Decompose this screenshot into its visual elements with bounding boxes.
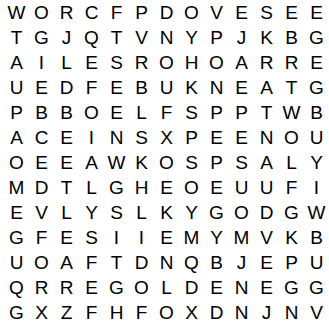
letter-cell-r13c8[interactable]: X bbox=[179, 300, 204, 325]
letter-cell-r5c6[interactable]: L bbox=[129, 100, 154, 125]
letter-cell-r8c2[interactable]: D bbox=[29, 175, 54, 200]
letter-cell-r9c6[interactable]: L bbox=[129, 200, 154, 225]
letter-cell-r3c13[interactable]: E bbox=[304, 50, 329, 75]
letter-cell-r2c4[interactable]: Q bbox=[79, 25, 104, 50]
letter-cell-r7c3[interactable]: E bbox=[54, 150, 79, 175]
letter-cell-r6c12[interactable]: O bbox=[279, 125, 304, 150]
letter-cell-r1c6[interactable]: P bbox=[129, 0, 154, 25]
letter-cell-r9c11[interactable]: D bbox=[254, 200, 279, 225]
letter-cell-r11c6[interactable]: D bbox=[129, 250, 154, 275]
letter-cell-r11c8[interactable]: Q bbox=[179, 250, 204, 275]
letter-cell-r9c1[interactable]: E bbox=[4, 200, 29, 225]
letter-cell-r12c2[interactable]: R bbox=[29, 275, 54, 300]
letter-cell-r2c3[interactable]: J bbox=[54, 25, 79, 50]
letter-cell-r5c4[interactable]: O bbox=[79, 100, 104, 125]
letter-cell-r1c4[interactable]: C bbox=[79, 0, 104, 25]
letter-cell-r9c5[interactable]: S bbox=[104, 200, 129, 225]
letter-cell-r8c7[interactable]: E bbox=[154, 175, 179, 200]
letter-cell-r9c10[interactable]: O bbox=[229, 200, 254, 225]
letter-cell-r12c6[interactable]: O bbox=[129, 275, 154, 300]
letter-cell-r1c8[interactable]: O bbox=[179, 0, 204, 25]
letter-cell-r6c11[interactable]: N bbox=[254, 125, 279, 150]
letter-cell-r12c13[interactable]: G bbox=[304, 275, 329, 300]
letter-cell-r1c12[interactable]: E bbox=[279, 0, 304, 25]
letter-cell-r8c6[interactable]: H bbox=[129, 175, 154, 200]
letter-cell-r1c2[interactable]: O bbox=[29, 0, 54, 25]
letter-cell-r3c1[interactable]: A bbox=[4, 50, 29, 75]
letter-cell-r11c11[interactable]: E bbox=[254, 250, 279, 275]
letter-cell-r4c3[interactable]: D bbox=[54, 75, 79, 100]
letter-cell-r6c13[interactable]: U bbox=[304, 125, 329, 150]
letter-cell-r4c7[interactable]: U bbox=[154, 75, 179, 100]
letter-cell-r12c9[interactable]: E bbox=[204, 275, 229, 300]
letter-cell-r9c3[interactable]: L bbox=[54, 200, 79, 225]
letter-cell-r6c2[interactable]: C bbox=[29, 125, 54, 150]
letter-cell-r9c7[interactable]: K bbox=[154, 200, 179, 225]
letter-cell-r8c13[interactable]: I bbox=[304, 175, 329, 200]
letter-cell-r8c9[interactable]: E bbox=[204, 175, 229, 200]
letter-cell-r3c5[interactable]: S bbox=[104, 50, 129, 75]
letter-cell-r3c9[interactable]: O bbox=[204, 50, 229, 75]
letter-cell-r10c4[interactable]: S bbox=[79, 225, 104, 250]
letter-cell-r10c7[interactable]: E bbox=[154, 225, 179, 250]
letter-cell-r12c3[interactable]: R bbox=[54, 275, 79, 300]
letter-cell-r5c8[interactable]: S bbox=[179, 100, 204, 125]
letter-cell-r3c2[interactable]: I bbox=[29, 50, 54, 75]
letter-cell-r3c4[interactable]: E bbox=[79, 50, 104, 75]
letter-cell-r4c13[interactable]: G bbox=[304, 75, 329, 100]
letter-cell-r8c12[interactable]: F bbox=[279, 175, 304, 200]
letter-cell-r4c6[interactable]: B bbox=[129, 75, 154, 100]
letter-cell-r12c12[interactable]: G bbox=[279, 275, 304, 300]
letter-cell-r13c4[interactable]: F bbox=[79, 300, 104, 325]
letter-cell-r1c11[interactable]: S bbox=[254, 0, 279, 25]
letter-cell-r4c11[interactable]: A bbox=[254, 75, 279, 100]
letter-cell-r2c1[interactable]: T bbox=[4, 25, 29, 50]
letter-cell-r2c7[interactable]: N bbox=[154, 25, 179, 50]
letter-cell-r9c2[interactable]: V bbox=[29, 200, 54, 225]
letter-cell-r13c7[interactable]: O bbox=[154, 300, 179, 325]
letter-cell-r10c6[interactable]: I bbox=[129, 225, 154, 250]
letter-cell-r10c12[interactable]: K bbox=[279, 225, 304, 250]
letter-cell-r5c12[interactable]: W bbox=[279, 100, 304, 125]
letter-cell-r7c4[interactable]: A bbox=[79, 150, 104, 175]
letter-cell-r3c12[interactable]: R bbox=[279, 50, 304, 75]
letter-cell-r5c9[interactable]: P bbox=[204, 100, 229, 125]
letter-cell-r7c2[interactable]: E bbox=[29, 150, 54, 175]
letter-cell-r7c1[interactable]: O bbox=[4, 150, 29, 175]
letter-cell-r8c1[interactable]: M bbox=[4, 175, 29, 200]
letter-cell-r3c3[interactable]: L bbox=[54, 50, 79, 75]
letter-cell-r2c8[interactable]: Y bbox=[179, 25, 204, 50]
letter-cell-r3c8[interactable]: H bbox=[179, 50, 204, 75]
letter-cell-r10c8[interactable]: M bbox=[179, 225, 204, 250]
letter-cell-r7c11[interactable]: A bbox=[254, 150, 279, 175]
letter-cell-r4c5[interactable]: E bbox=[104, 75, 129, 100]
letter-cell-r5c1[interactable]: P bbox=[4, 100, 29, 125]
letter-cell-r11c7[interactable]: N bbox=[154, 250, 179, 275]
letter-cell-r10c1[interactable]: G bbox=[4, 225, 29, 250]
letter-cell-r10c11[interactable]: V bbox=[254, 225, 279, 250]
letter-cell-r13c13[interactable]: V bbox=[304, 300, 329, 325]
letter-cell-r11c13[interactable]: U bbox=[304, 250, 329, 275]
letter-cell-r3c7[interactable]: O bbox=[154, 50, 179, 75]
letter-cell-r5c10[interactable]: P bbox=[229, 100, 254, 125]
letter-cell-r5c2[interactable]: B bbox=[29, 100, 54, 125]
letter-cell-r2c13[interactable]: G bbox=[304, 25, 329, 50]
letter-cell-r11c3[interactable]: A bbox=[54, 250, 79, 275]
letter-cell-r13c1[interactable]: G bbox=[4, 300, 29, 325]
letter-cell-r8c4[interactable]: L bbox=[79, 175, 104, 200]
letter-cell-r6c10[interactable]: E bbox=[229, 125, 254, 150]
letter-cell-r11c10[interactable]: J bbox=[229, 250, 254, 275]
word-search-grid: WORCFPDOVESEETGJQTVNYPJKBGAILESROHOARREU… bbox=[0, 0, 329, 325]
letter-cell-r10c2[interactable]: F bbox=[29, 225, 54, 250]
letter-cell-r10c3[interactable]: E bbox=[54, 225, 79, 250]
letter-cell-r2c5[interactable]: T bbox=[104, 25, 129, 50]
letter-cell-r6c8[interactable]: P bbox=[179, 125, 204, 150]
letter-cell-r7c8[interactable]: S bbox=[179, 150, 204, 175]
letter-cell-r4c4[interactable]: F bbox=[79, 75, 104, 100]
letter-cell-r13c12[interactable]: N bbox=[279, 300, 304, 325]
letter-cell-r7c10[interactable]: S bbox=[229, 150, 254, 175]
letter-cell-r2c6[interactable]: V bbox=[129, 25, 154, 50]
letter-cell-r4c9[interactable]: N bbox=[204, 75, 229, 100]
letter-cell-r1c10[interactable]: E bbox=[229, 0, 254, 25]
letter-cell-r8c3[interactable]: T bbox=[54, 175, 79, 200]
letter-cell-r10c10[interactable]: M bbox=[229, 225, 254, 250]
letter-cell-r2c12[interactable]: B bbox=[279, 25, 304, 50]
letter-cell-r9c13[interactable]: W bbox=[304, 200, 329, 225]
letter-cell-r2c2[interactable]: G bbox=[29, 25, 54, 50]
letter-cell-r2c11[interactable]: K bbox=[254, 25, 279, 50]
letter-cell-r9c12[interactable]: G bbox=[279, 200, 304, 225]
letter-cell-r7c12[interactable]: L bbox=[279, 150, 304, 175]
letter-cell-r4c1[interactable]: U bbox=[4, 75, 29, 100]
letter-cell-r5c7[interactable]: F bbox=[154, 100, 179, 125]
letter-cell-r2c9[interactable]: P bbox=[204, 25, 229, 50]
letter-cell-r1c9[interactable]: V bbox=[204, 0, 229, 25]
letter-cell-r7c13[interactable]: Y bbox=[304, 150, 329, 175]
letter-cell-r12c5[interactable]: G bbox=[104, 275, 129, 300]
letter-cell-r4c8[interactable]: K bbox=[179, 75, 204, 100]
letter-cell-r12c1[interactable]: Q bbox=[4, 275, 29, 300]
letter-cell-r8c8[interactable]: O bbox=[179, 175, 204, 200]
letter-cell-r7c7[interactable]: O bbox=[154, 150, 179, 175]
letter-cell-r1c13[interactable]: E bbox=[304, 0, 329, 25]
letter-cell-r11c12[interactable]: P bbox=[279, 250, 304, 275]
letter-cell-r9c4[interactable]: Y bbox=[79, 200, 104, 225]
letter-cell-r3c6[interactable]: R bbox=[129, 50, 154, 75]
letter-cell-r6c9[interactable]: E bbox=[204, 125, 229, 150]
letter-cell-r11c9[interactable]: B bbox=[204, 250, 229, 275]
letter-cell-r11c1[interactable]: U bbox=[4, 250, 29, 275]
letter-cell-r7c6[interactable]: K bbox=[129, 150, 154, 175]
letter-cell-r1c1[interactable]: W bbox=[4, 0, 29, 25]
letter-cell-r6c5[interactable]: N bbox=[104, 125, 129, 150]
letter-cell-r6c4[interactable]: I bbox=[79, 125, 104, 150]
letter-cell-r13c9[interactable]: D bbox=[204, 300, 229, 325]
letter-cell-r4c2[interactable]: E bbox=[29, 75, 54, 100]
letter-cell-r4c10[interactable]: E bbox=[229, 75, 254, 100]
letter-cell-r10c9[interactable]: Y bbox=[204, 225, 229, 250]
letter-cell-r6c6[interactable]: S bbox=[129, 125, 154, 150]
letter-cell-r1c5[interactable]: F bbox=[104, 0, 129, 25]
letter-cell-r13c6[interactable]: F bbox=[129, 300, 154, 325]
letter-cell-r7c5[interactable]: W bbox=[104, 150, 129, 175]
letter-cell-r13c2[interactable]: X bbox=[29, 300, 54, 325]
letter-cell-r1c3[interactable]: R bbox=[54, 0, 79, 25]
letter-cell-r12c8[interactable]: D bbox=[179, 275, 204, 300]
letter-cell-r11c2[interactable]: O bbox=[29, 250, 54, 275]
letter-cell-r8c5[interactable]: G bbox=[104, 175, 129, 200]
letter-cell-r13c10[interactable]: N bbox=[229, 300, 254, 325]
letter-cell-r1c7[interactable]: D bbox=[154, 0, 179, 25]
letter-cell-r12c4[interactable]: E bbox=[79, 275, 104, 300]
letter-cell-r9c9[interactable]: G bbox=[204, 200, 229, 225]
letter-cell-r6c1[interactable]: A bbox=[4, 125, 29, 150]
letter-cell-r13c3[interactable]: Z bbox=[54, 300, 79, 325]
letter-cell-r7c9[interactable]: P bbox=[204, 150, 229, 175]
letter-cell-r8c10[interactable]: U bbox=[229, 175, 254, 200]
letter-cell-r13c11[interactable]: J bbox=[254, 300, 279, 325]
letter-cell-r12c11[interactable]: E bbox=[254, 275, 279, 300]
letter-cell-r6c7[interactable]: X bbox=[154, 125, 179, 150]
letter-cell-r5c3[interactable]: B bbox=[54, 100, 79, 125]
letter-cell-r5c5[interactable]: E bbox=[104, 100, 129, 125]
letter-cell-r3c10[interactable]: A bbox=[229, 50, 254, 75]
letter-cell-r10c13[interactable]: B bbox=[304, 225, 329, 250]
letter-cell-r4c12[interactable]: T bbox=[279, 75, 304, 100]
letter-cell-r10c5[interactable]: I bbox=[104, 225, 129, 250]
letter-cell-r5c13[interactable]: B bbox=[304, 100, 329, 125]
letter-cell-r2c10[interactable]: J bbox=[229, 25, 254, 50]
letter-cell-r12c7[interactable]: L bbox=[154, 275, 179, 300]
letter-cell-r12c10[interactable]: N bbox=[229, 275, 254, 300]
letter-cell-r3c11[interactable]: R bbox=[254, 50, 279, 75]
letter-cell-r5c11[interactable]: T bbox=[254, 100, 279, 125]
letter-cell-r8c11[interactable]: U bbox=[254, 175, 279, 200]
letter-cell-r11c4[interactable]: F bbox=[79, 250, 104, 275]
letter-cell-r11c5[interactable]: T bbox=[104, 250, 129, 275]
letter-cell-r9c8[interactable]: Y bbox=[179, 200, 204, 225]
letter-cell-r13c5[interactable]: H bbox=[104, 300, 129, 325]
letter-cell-r6c3[interactable]: E bbox=[54, 125, 79, 150]
